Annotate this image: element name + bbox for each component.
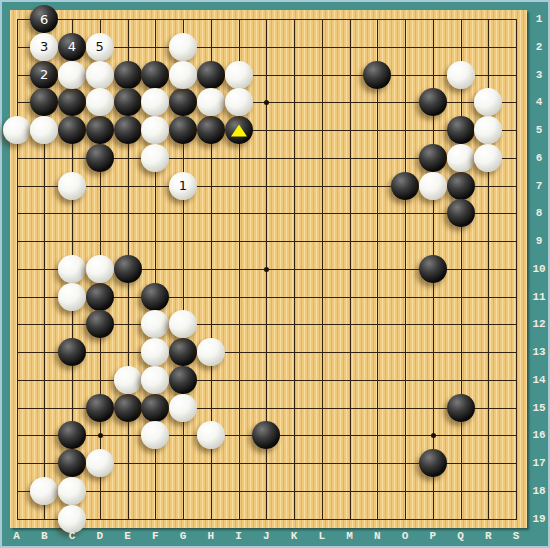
stone[interactable] — [197, 338, 225, 366]
stone[interactable] — [197, 61, 225, 89]
column-label-O: O — [397, 530, 413, 542]
stone[interactable] — [86, 394, 114, 422]
stone[interactable] — [86, 61, 114, 89]
stone[interactable] — [58, 449, 86, 477]
vertical-grid-line — [377, 19, 378, 520]
stone[interactable] — [141, 310, 169, 338]
column-label-Q: Q — [453, 530, 469, 542]
stone[interactable] — [58, 505, 86, 533]
stone[interactable] — [141, 366, 169, 394]
row-label-8: 8 — [529, 207, 549, 219]
stone[interactable] — [169, 338, 197, 366]
stone[interactable] — [86, 144, 114, 172]
row-label-5: 5 — [529, 124, 549, 136]
column-label-L: L — [314, 530, 330, 542]
column-label-B: B — [36, 530, 52, 542]
stone[interactable]: 6 — [30, 5, 58, 33]
stone[interactable] — [86, 310, 114, 338]
row-label-12: 12 — [529, 318, 549, 330]
triangle-marker-icon — [231, 124, 247, 136]
stone[interactable] — [141, 116, 169, 144]
column-label-N: N — [369, 530, 385, 542]
stone[interactable] — [225, 116, 253, 144]
stone[interactable] — [197, 421, 225, 449]
column-label-F: F — [147, 530, 163, 542]
stone[interactable] — [474, 144, 502, 172]
column-label-S: S — [508, 530, 524, 542]
horizontal-grid-line — [17, 491, 518, 492]
column-label-J: J — [258, 530, 274, 542]
stone[interactable] — [30, 88, 58, 116]
stone[interactable] — [114, 255, 142, 283]
star-point — [431, 433, 436, 438]
stone[interactable] — [141, 338, 169, 366]
stone[interactable] — [141, 61, 169, 89]
stone[interactable] — [114, 366, 142, 394]
column-label-C: C — [64, 530, 80, 542]
row-label-11: 11 — [529, 291, 549, 303]
stone[interactable] — [169, 394, 197, 422]
vertical-grid-line — [405, 19, 406, 520]
row-label-13: 13 — [529, 346, 549, 358]
stone[interactable] — [447, 144, 475, 172]
stone[interactable] — [419, 449, 447, 477]
stone[interactable] — [58, 61, 86, 89]
row-label-14: 14 — [529, 374, 549, 386]
column-label-H: H — [203, 530, 219, 542]
stone[interactable] — [141, 421, 169, 449]
go-board[interactable]: 642351 — [10, 10, 527, 528]
stone[interactable] — [225, 88, 253, 116]
vertical-grid-line — [322, 19, 323, 520]
stone[interactable] — [197, 116, 225, 144]
stone[interactable] — [474, 116, 502, 144]
stone[interactable] — [419, 88, 447, 116]
stone[interactable] — [141, 283, 169, 311]
stone[interactable] — [447, 61, 475, 89]
row-label-4: 4 — [529, 96, 549, 108]
row-label-10: 10 — [529, 263, 549, 275]
star-point — [264, 267, 269, 272]
stone[interactable] — [86, 116, 114, 144]
stone[interactable] — [86, 88, 114, 116]
stone[interactable] — [58, 421, 86, 449]
stone[interactable] — [419, 144, 447, 172]
row-label-6: 6 — [529, 152, 549, 164]
stone[interactable]: 5 — [86, 33, 114, 61]
column-label-R: R — [480, 530, 496, 542]
stone[interactable] — [114, 116, 142, 144]
vertical-grid-line — [294, 19, 295, 520]
horizontal-grid-line — [17, 380, 518, 381]
column-label-M: M — [342, 530, 358, 542]
stone[interactable] — [58, 116, 86, 144]
stone[interactable] — [474, 88, 502, 116]
stone[interactable] — [30, 477, 58, 505]
stone[interactable] — [169, 61, 197, 89]
stone[interactable] — [58, 172, 86, 200]
row-label-19: 19 — [529, 513, 549, 525]
column-label-P: P — [425, 530, 441, 542]
row-label-18: 18 — [529, 485, 549, 497]
row-label-2: 2 — [529, 41, 549, 53]
row-label-7: 7 — [529, 180, 549, 192]
stone[interactable] — [169, 88, 197, 116]
star-point — [264, 100, 269, 105]
horizontal-grid-line — [17, 352, 518, 353]
row-label-15: 15 — [529, 402, 549, 414]
stone[interactable] — [447, 199, 475, 227]
stone[interactable] — [419, 255, 447, 283]
stone[interactable]: 4 — [58, 33, 86, 61]
column-label-G: G — [175, 530, 191, 542]
column-label-I: I — [231, 530, 247, 542]
stone[interactable] — [58, 88, 86, 116]
column-label-D: D — [92, 530, 108, 542]
stone[interactable] — [114, 61, 142, 89]
stone[interactable] — [169, 116, 197, 144]
vertical-grid-line — [461, 19, 462, 520]
stone[interactable] — [169, 366, 197, 394]
stone[interactable] — [86, 449, 114, 477]
stone[interactable] — [391, 172, 419, 200]
stone[interactable] — [114, 88, 142, 116]
stone[interactable]: 1 — [169, 172, 197, 200]
stone[interactable] — [141, 88, 169, 116]
stone[interactable] — [58, 255, 86, 283]
stone[interactable]: 3 — [30, 33, 58, 61]
vertical-grid-line — [350, 19, 351, 520]
horizontal-grid-line — [17, 519, 518, 520]
column-label-A: A — [9, 530, 25, 542]
row-label-9: 9 — [529, 235, 549, 247]
vertical-grid-line — [516, 19, 517, 520]
row-label-16: 16 — [529, 429, 549, 441]
row-label-3: 3 — [529, 69, 549, 81]
stone[interactable] — [86, 283, 114, 311]
stone[interactable] — [58, 477, 86, 505]
stone[interactable] — [419, 172, 447, 200]
stone[interactable] — [114, 394, 142, 422]
stone[interactable] — [86, 255, 114, 283]
stone[interactable] — [447, 116, 475, 144]
stone[interactable] — [225, 61, 253, 89]
stone[interactable] — [197, 88, 225, 116]
stone[interactable] — [252, 421, 280, 449]
stone[interactable] — [363, 61, 391, 89]
stone[interactable] — [58, 283, 86, 311]
stone[interactable] — [3, 116, 31, 144]
column-label-K: K — [286, 530, 302, 542]
stone[interactable] — [141, 144, 169, 172]
star-point — [98, 433, 103, 438]
stone[interactable] — [447, 394, 475, 422]
stone[interactable] — [30, 116, 58, 144]
column-label-E: E — [120, 530, 136, 542]
stone[interactable]: 2 — [30, 61, 58, 89]
stone[interactable] — [447, 172, 475, 200]
stone[interactable] — [141, 394, 169, 422]
go-app-window: 642351 ABCDEFGHIJKLMNOPQRS12345678910111… — [0, 0, 550, 548]
stone[interactable] — [58, 338, 86, 366]
row-label-1: 1 — [529, 13, 549, 25]
row-label-17: 17 — [529, 457, 549, 469]
stone[interactable] — [169, 310, 197, 338]
stone[interactable] — [169, 33, 197, 61]
